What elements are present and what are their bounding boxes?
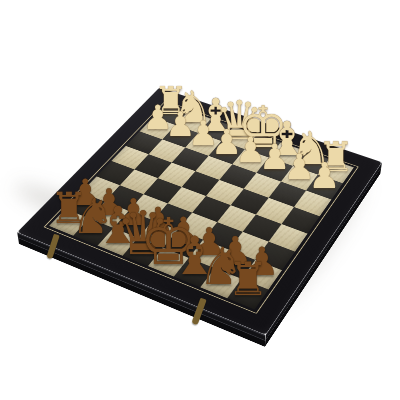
piece-black-rook-h8[interactable]: ♜ <box>227 256 268 302</box>
chess-set-photo: ♜♞♝♛♚♝♞♜♟♟♟♟♟♟♟♟♟♟♟♟♟♟♟♟♜♞♝♛♚♝♞♜ <box>0 0 400 400</box>
piece-white-pawn-h2[interactable]: ♟ <box>309 158 341 194</box>
square-g4[interactable] <box>256 198 294 224</box>
